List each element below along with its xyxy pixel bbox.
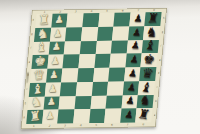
- square: ♟: [124, 67, 141, 81]
- square: ♟: [50, 27, 67, 41]
- piece-bN: ♞: [145, 25, 159, 39]
- square: ♟: [121, 95, 138, 109]
- square: [78, 54, 95, 68]
- piece-bP: ♟: [123, 109, 134, 120]
- piece-wN: ♞: [30, 95, 42, 109]
- coordinate-label: e: [158, 53, 161, 67]
- square: [94, 54, 111, 68]
- piece-wQ: ♛: [33, 68, 45, 82]
- coordinate-label: d: [157, 67, 160, 81]
- square: [111, 40, 128, 54]
- coordinate-label: 4: [73, 124, 89, 127]
- board-grid: ♜♟♟♜♞♟♟♞♝♟♟♝♚♟♟♚♛♟♟♛♝♟♟♝♞♟♟♞♜♟♟♜: [26, 12, 161, 124]
- coordinate-label: 6: [115, 9, 131, 12]
- coordinate-label: f: [160, 39, 162, 53]
- square: ♞: [34, 27, 51, 41]
- square: [112, 26, 129, 40]
- piece-bP: ♟: [128, 54, 139, 65]
- coordinate-label: g: [30, 28, 33, 42]
- square: [57, 110, 74, 124]
- piece-bB: ♝: [144, 38, 158, 52]
- square: ♝: [33, 41, 50, 55]
- square: ♞: [137, 95, 154, 109]
- square: [93, 68, 110, 82]
- square: ♟: [48, 41, 65, 55]
- piece-bB: ♝: [140, 80, 154, 94]
- coordinate-label: 3: [57, 125, 73, 128]
- square: [67, 13, 84, 27]
- piece-wP: ♟: [51, 56, 60, 67]
- coordinate-label: a: [153, 108, 156, 122]
- coordinate-label: e: [28, 55, 31, 69]
- square: [113, 12, 130, 26]
- square: ♚: [31, 55, 48, 69]
- square: [110, 54, 127, 68]
- coordinate-label: 1: [26, 125, 42, 128]
- piece-wB: ♝: [31, 81, 43, 95]
- square: [81, 27, 98, 41]
- square: [64, 41, 81, 55]
- piece-wR: ♜: [38, 13, 50, 27]
- square: [107, 81, 124, 95]
- piece-bQ: ♛: [141, 66, 155, 80]
- square: [74, 96, 91, 110]
- square: ♟: [123, 81, 140, 95]
- coordinate-label: 6: [104, 124, 120, 127]
- piece-wB: ♝: [35, 40, 47, 54]
- coordinate-label: b: [24, 97, 27, 111]
- piece-bP: ♟: [124, 96, 135, 107]
- coordinate-label: 7: [130, 9, 146, 12]
- square: ♟: [51, 13, 68, 27]
- coordinate-label: 5: [99, 9, 115, 12]
- square: [80, 40, 97, 54]
- piece-wP: ♟: [55, 14, 65, 25]
- coordinate-label: 7: [120, 124, 136, 127]
- square: [59, 96, 76, 110]
- square: [90, 95, 107, 109]
- square: [91, 82, 108, 96]
- piece-bR: ♜: [137, 107, 152, 122]
- coordinate-label: g: [161, 26, 164, 40]
- piece-wP: ♟: [50, 69, 59, 80]
- coordinate-labels-bottom: 12345678: [26, 123, 151, 128]
- square: ♛: [30, 69, 47, 83]
- square: [65, 27, 82, 41]
- piece-wK: ♚: [34, 54, 46, 68]
- square: ♜: [136, 108, 153, 122]
- coordinate-label: a: [23, 110, 26, 124]
- coordinate-label: c: [156, 81, 159, 95]
- square: ♛: [139, 67, 156, 81]
- coordinate-label: c: [25, 83, 28, 97]
- square: [104, 109, 121, 123]
- square: [97, 26, 114, 40]
- piece-bP: ♟: [130, 41, 140, 51]
- piece-bK: ♚: [142, 52, 156, 66]
- piece-bP: ♟: [132, 13, 142, 23]
- piece-bP: ♟: [126, 82, 137, 93]
- square: [76, 82, 93, 96]
- square: ♟: [129, 12, 146, 26]
- piece-wP: ♟: [53, 28, 62, 39]
- piece-bN: ♞: [138, 93, 153, 108]
- square: ♝: [142, 40, 159, 54]
- photo-background: 12345678 12345678 hgfedcba hgfedcba ♜♟♟♜…: [0, 0, 200, 134]
- square: ♜: [145, 12, 162, 26]
- coordinate-label: b: [154, 95, 157, 109]
- square: ♞: [143, 26, 160, 40]
- board-mat: 12345678 12345678 hgfedcba hgfedcba ♜♟♟♜…: [21, 8, 167, 129]
- square: ♞: [28, 96, 45, 110]
- piece-wP: ♟: [47, 97, 56, 108]
- square: [60, 82, 77, 96]
- square: ♜: [35, 14, 52, 28]
- piece-wR: ♜: [29, 109, 41, 123]
- square: ♜: [26, 110, 43, 124]
- square: [108, 68, 125, 82]
- square: ♟: [128, 26, 145, 40]
- piece-wP: ♟: [52, 42, 61, 53]
- square: ♝: [29, 83, 46, 97]
- square: [63, 55, 80, 69]
- square: [77, 68, 94, 82]
- coordinate-label: h: [162, 12, 165, 26]
- square: ♟: [42, 110, 59, 124]
- piece-wN: ♞: [37, 26, 49, 40]
- piece-wP: ♟: [46, 111, 55, 122]
- square: ♟: [43, 96, 60, 110]
- coordinate-label: 5: [88, 124, 104, 127]
- square: ♟: [46, 69, 63, 83]
- coordinate-label: h: [32, 14, 35, 28]
- square: [106, 95, 123, 109]
- coordinate-label: f: [30, 42, 32, 56]
- square: ♟: [47, 55, 64, 69]
- coordinate-label: 8: [146, 9, 162, 12]
- square: [98, 13, 115, 27]
- square: ♟: [120, 109, 137, 123]
- square: [95, 40, 112, 54]
- coordinate-label: 2: [41, 125, 57, 128]
- coordinate-label: 3: [68, 10, 84, 13]
- coordinate-label: 8: [135, 123, 151, 126]
- square: [82, 13, 99, 27]
- coordinate-label: 2: [52, 10, 68, 13]
- coordinate-label: 1: [37, 10, 53, 13]
- square: ♝: [138, 81, 155, 95]
- coordinate-label: 4: [84, 10, 100, 13]
- square: [73, 109, 90, 123]
- square: ♟: [44, 82, 61, 96]
- square: ♟: [126, 40, 143, 54]
- coordinate-label: d: [27, 69, 30, 83]
- chessboard: 12345678 12345678 hgfedcba hgfedcba ♜♟♟♜…: [21, 8, 167, 129]
- square: ♟: [125, 54, 142, 68]
- piece-bR: ♜: [146, 11, 160, 25]
- piece-wP: ♟: [48, 83, 57, 94]
- square: [61, 68, 78, 82]
- piece-bP: ♟: [127, 68, 138, 79]
- square: ♚: [141, 53, 158, 67]
- piece-bP: ♟: [131, 27, 141, 37]
- square: [89, 109, 106, 123]
